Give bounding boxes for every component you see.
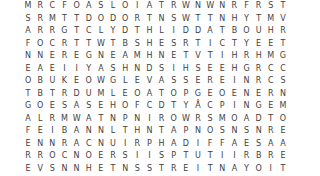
grid-cell[interactable]: R	[265, 125, 277, 138]
grid-cell[interactable]: A	[71, 138, 83, 151]
grid-cell[interactable]: E	[71, 75, 83, 88]
grid-cell[interactable]: H	[228, 63, 240, 76]
grid-cell[interactable]: U	[192, 150, 204, 163]
grid-cell[interactable]: H	[119, 63, 131, 76]
grid-cell[interactable]: E	[277, 125, 289, 138]
grid-cell[interactable]: C	[204, 100, 216, 113]
grid-cell[interactable]: A	[95, 63, 107, 76]
grid-cell[interactable]: N	[253, 125, 265, 138]
grid-cell[interactable]: D	[119, 25, 131, 38]
grid-cell[interactable]: W	[95, 38, 107, 51]
grid-cell[interactable]: A	[265, 138, 277, 151]
grid-cell[interactable]: I	[192, 163, 204, 176]
grid-cell[interactable]: I	[168, 25, 180, 38]
grid-cell[interactable]: O	[131, 88, 143, 101]
grid-cell[interactable]: D	[192, 25, 204, 38]
grid-cell[interactable]: S	[156, 150, 168, 163]
grid-cell[interactable]: E	[22, 163, 34, 176]
grid-cell[interactable]: O	[119, 0, 131, 13]
grid-cell[interactable]: N	[34, 138, 46, 151]
grid-cell[interactable]: T	[216, 25, 228, 38]
grid-cell[interactable]: A	[34, 63, 46, 76]
grid-cell[interactable]: M	[265, 50, 277, 63]
grid-cell[interactable]: S	[58, 100, 70, 113]
grid-cell[interactable]: A	[71, 100, 83, 113]
grid-cell[interactable]: M	[22, 0, 34, 13]
grid-cell[interactable]: G	[83, 50, 95, 63]
grid-cell[interactable]: H	[143, 25, 155, 38]
grid-cell[interactable]: D	[180, 25, 192, 38]
grid-cell[interactable]: R	[168, 0, 180, 13]
grid-cell[interactable]: N	[240, 75, 252, 88]
grid-cell[interactable]: S	[156, 63, 168, 76]
grid-cell[interactable]: E	[95, 163, 107, 176]
grid-cell[interactable]: O	[204, 125, 216, 138]
grid-cell[interactable]: R	[34, 13, 46, 26]
grid-cell[interactable]: T	[192, 13, 204, 26]
grid-cell[interactable]: A	[22, 113, 34, 126]
grid-cell[interactable]: G	[58, 25, 70, 38]
grid-cell[interactable]: Y	[107, 25, 119, 38]
grid-cell[interactable]: T	[71, 25, 83, 38]
grid-cell[interactable]: S	[83, 100, 95, 113]
grid-cell[interactable]: N	[71, 163, 83, 176]
grid-cell[interactable]: U	[253, 25, 265, 38]
grid-cell[interactable]: V	[277, 13, 289, 26]
grid-cell[interactable]: C	[83, 138, 95, 151]
grid-cell[interactable]: T	[71, 38, 83, 51]
grid-cell[interactable]: O	[46, 150, 58, 163]
grid-cell[interactable]: N	[277, 88, 289, 101]
grid-cell[interactable]: F	[204, 138, 216, 151]
grid-cell[interactable]: I	[71, 63, 83, 76]
grid-cell[interactable]: W	[95, 75, 107, 88]
grid-cell[interactable]: I	[192, 138, 204, 151]
grid-cell[interactable]: S	[46, 163, 58, 176]
grid-cell[interactable]: E	[119, 88, 131, 101]
grid-cell[interactable]: E	[95, 100, 107, 113]
grid-cell[interactable]: A	[143, 0, 155, 13]
grid-cell[interactable]: E	[168, 50, 180, 63]
grid-cell[interactable]: T	[156, 163, 168, 176]
grid-cell[interactable]: S	[143, 163, 155, 176]
grid-cell[interactable]: A	[71, 125, 83, 138]
grid-cell[interactable]: L	[95, 25, 107, 38]
grid-cell[interactable]: T	[180, 150, 192, 163]
grid-cell[interactable]: E	[22, 63, 34, 76]
grid-cell[interactable]: S	[168, 75, 180, 88]
grid-cell[interactable]: E	[253, 38, 265, 51]
grid-cell[interactable]: T	[107, 163, 119, 176]
grid-cell[interactable]: A	[119, 50, 131, 63]
grid-cell[interactable]: C	[58, 150, 70, 163]
grid-cell[interactable]: I	[216, 50, 228, 63]
grid-cell[interactable]: C	[46, 38, 58, 51]
grid-cell[interactable]: W	[204, 0, 216, 13]
grid-cell[interactable]: N	[71, 150, 83, 163]
grid-cell[interactable]: M	[46, 13, 58, 26]
grid-cell[interactable]: I	[228, 150, 240, 163]
grid-cell[interactable]: N	[22, 50, 34, 63]
grid-cell[interactable]: K	[58, 75, 70, 88]
grid-cell[interactable]: V	[34, 163, 46, 176]
grid-cell[interactable]: F	[22, 125, 34, 138]
grid-cell[interactable]: H	[253, 50, 265, 63]
grid-cell[interactable]: L	[107, 125, 119, 138]
grid-cell[interactable]: L	[107, 0, 119, 13]
grid-cell[interactable]: P	[180, 88, 192, 101]
grid-cell[interactable]: N	[156, 13, 168, 26]
grid-cell[interactable]: T	[119, 125, 131, 138]
grid-cell[interactable]: E	[107, 50, 119, 63]
grid-cell[interactable]: B	[58, 125, 70, 138]
grid-cell[interactable]: O	[83, 75, 95, 88]
grid-cell[interactable]: M	[58, 113, 70, 126]
grid-cell[interactable]: A	[228, 138, 240, 151]
grid-cell[interactable]: O	[22, 75, 34, 88]
grid-cell[interactable]: I	[46, 125, 58, 138]
grid-cell[interactable]: I	[143, 150, 155, 163]
grid-cell[interactable]: C	[216, 38, 228, 51]
grid-cell[interactable]: R	[58, 50, 70, 63]
grid-cell[interactable]: T	[277, 163, 289, 176]
grid-cell[interactable]: H	[83, 163, 95, 176]
grid-cell[interactable]: O	[34, 38, 46, 51]
grid-cell[interactable]: A	[204, 25, 216, 38]
grid-cell[interactable]: C	[265, 63, 277, 76]
grid-cell[interactable]: E	[34, 125, 46, 138]
grid-cell[interactable]: E	[71, 50, 83, 63]
grid-cell[interactable]: I	[168, 63, 180, 76]
grid-cell[interactable]: C	[277, 63, 289, 76]
grid-cell[interactable]: E	[180, 163, 192, 176]
grid-cell[interactable]: M	[216, 113, 228, 126]
grid-cell[interactable]: R	[34, 25, 46, 38]
grid-cell[interactable]: Y	[83, 63, 95, 76]
grid-cell[interactable]: R	[34, 0, 46, 13]
grid-cell[interactable]: E	[216, 63, 228, 76]
grid-cell[interactable]: W	[180, 13, 192, 26]
grid-cell[interactable]: T	[22, 88, 34, 101]
grid-cell[interactable]: N	[83, 125, 95, 138]
grid-cell[interactable]: S	[22, 13, 34, 26]
grid-cell[interactable]: S	[119, 150, 131, 163]
grid-cell[interactable]: N	[216, 13, 228, 26]
grid-cell[interactable]: L	[107, 88, 119, 101]
grid-cell[interactable]: N	[95, 138, 107, 151]
grid-cell[interactable]: N	[228, 125, 240, 138]
grid-cell[interactable]: A	[240, 113, 252, 126]
grid-cell[interactable]: H	[228, 50, 240, 63]
grid-cell[interactable]: Å	[192, 100, 204, 113]
grid-cell[interactable]: Y	[240, 13, 252, 26]
grid-cell[interactable]: V	[192, 50, 204, 63]
grid-cell[interactable]: R	[22, 150, 34, 163]
grid-cell[interactable]: E	[46, 100, 58, 113]
grid-cell[interactable]: T	[46, 88, 58, 101]
grid-cell[interactable]: N	[46, 138, 58, 151]
grid-cell[interactable]: G	[277, 50, 289, 63]
grid-cell[interactable]: O	[277, 113, 289, 126]
grid-cell[interactable]: B	[34, 75, 46, 88]
grid-cell[interactable]: O	[119, 100, 131, 113]
grid-cell[interactable]: T	[107, 38, 119, 51]
grid-cell[interactable]: H	[180, 63, 192, 76]
grid-cell[interactable]: R	[168, 163, 180, 176]
grid-cell[interactable]: F	[22, 38, 34, 51]
grid-cell[interactable]: G	[240, 63, 252, 76]
grid-cell[interactable]: D	[253, 113, 265, 126]
grid-cell[interactable]: B	[253, 150, 265, 163]
grid-cell[interactable]: O	[83, 150, 95, 163]
grid-cell[interactable]: B	[119, 38, 131, 51]
grid-cell[interactable]: U	[46, 75, 58, 88]
grid-cell[interactable]: E	[265, 100, 277, 113]
grid-cell[interactable]: I	[131, 0, 143, 13]
grid-cell[interactable]: T	[168, 100, 180, 113]
grid-cell[interactable]: R	[46, 113, 58, 126]
grid-cell[interactable]: M	[95, 88, 107, 101]
grid-cell[interactable]: T	[204, 50, 216, 63]
grid-cell[interactable]: S	[192, 63, 204, 76]
grid-cell[interactable]: A	[228, 163, 240, 176]
grid-cell[interactable]: N	[34, 50, 46, 63]
grid-cell[interactable]: O	[253, 163, 265, 176]
grid-cell[interactable]: E	[46, 50, 58, 63]
grid-cell[interactable]: R	[240, 50, 252, 63]
grid-cell[interactable]: V	[143, 75, 155, 88]
grid-cell[interactable]: L	[34, 113, 46, 126]
grid-cell[interactable]: M	[265, 13, 277, 26]
grid-cell[interactable]: T	[156, 88, 168, 101]
grid-cell[interactable]: N	[240, 88, 252, 101]
grid-cell[interactable]: T	[83, 38, 95, 51]
grid-cell[interactable]: P	[216, 100, 228, 113]
grid-cell[interactable]: E	[228, 88, 240, 101]
grid-cell[interactable]: O	[240, 25, 252, 38]
grid-cell[interactable]: H	[107, 100, 119, 113]
grid-cell[interactable]: F	[240, 0, 252, 13]
grid-cell[interactable]: N	[240, 100, 252, 113]
grid-cell[interactable]: N	[192, 125, 204, 138]
grid-cell[interactable]: S	[131, 38, 143, 51]
grid-cell[interactable]: O	[228, 113, 240, 126]
grid-cell[interactable]: O	[95, 13, 107, 26]
grid-cell[interactable]: A	[143, 88, 155, 101]
grid-cell[interactable]: T	[95, 113, 107, 126]
grid-cell[interactable]: R	[204, 75, 216, 88]
grid-cell[interactable]: O	[168, 88, 180, 101]
grid-cell[interactable]: G	[107, 75, 119, 88]
grid-cell[interactable]: T	[192, 38, 204, 51]
grid-cell[interactable]: T	[131, 25, 143, 38]
grid-cell[interactable]: F	[216, 138, 228, 151]
grid-cell[interactable]: E	[95, 150, 107, 163]
grid-cell[interactable]: W	[71, 113, 83, 126]
grid-cell[interactable]: A	[156, 75, 168, 88]
grid-cell[interactable]: I	[265, 163, 277, 176]
grid-cell[interactable]: E	[204, 63, 216, 76]
grid-cell[interactable]: T	[204, 13, 216, 26]
grid-cell[interactable]: O	[34, 100, 46, 113]
grid-cell[interactable]: T	[253, 13, 265, 26]
grid-cell[interactable]: A	[22, 25, 34, 38]
grid-cell[interactable]: H	[143, 38, 155, 51]
grid-cell[interactable]: T	[277, 0, 289, 13]
grid-cell[interactable]: S	[253, 138, 265, 151]
grid-cell[interactable]: S	[265, 0, 277, 13]
grid-cell[interactable]: I	[58, 63, 70, 76]
grid-cell[interactable]: O	[168, 113, 180, 126]
grid-cell[interactable]: R	[131, 13, 143, 26]
grid-cell[interactable]: R	[131, 138, 143, 151]
grid-cell[interactable]: F	[58, 0, 70, 13]
grid-cell[interactable]: I	[143, 113, 155, 126]
grid-cell[interactable]: I	[131, 150, 143, 163]
grid-cell[interactable]: T	[228, 38, 240, 51]
grid-cell[interactable]: C	[143, 100, 155, 113]
grid-cell[interactable]: I	[228, 75, 240, 88]
grid-cell[interactable]: C	[46, 0, 58, 13]
grid-cell[interactable]: W	[180, 0, 192, 13]
grid-cell[interactable]: T	[58, 13, 70, 26]
grid-cell[interactable]: T	[143, 13, 155, 26]
grid-cell[interactable]: G	[253, 100, 265, 113]
grid-cell[interactable]: U	[107, 138, 119, 151]
grid-cell[interactable]: E	[253, 88, 265, 101]
grid-cell[interactable]: N	[143, 125, 155, 138]
grid-cell[interactable]: O	[71, 0, 83, 13]
grid-cell[interactable]: M	[277, 100, 289, 113]
grid-cell[interactable]: H	[228, 13, 240, 26]
grid-cell[interactable]: A	[83, 0, 95, 13]
grid-cell[interactable]: R	[265, 150, 277, 163]
grid-cell[interactable]: G	[22, 100, 34, 113]
grid-cell[interactable]: E	[277, 150, 289, 163]
grid-cell[interactable]: I	[228, 100, 240, 113]
grid-cell[interactable]: N	[156, 50, 168, 63]
grid-cell[interactable]: B	[34, 88, 46, 101]
grid-cell[interactable]: C	[265, 75, 277, 88]
grid-cell[interactable]: R	[265, 88, 277, 101]
grid-cell[interactable]: N	[192, 0, 204, 13]
grid-cell[interactable]: E	[192, 75, 204, 88]
grid-cell[interactable]: M	[131, 50, 143, 63]
grid-cell[interactable]: R	[107, 150, 119, 163]
grid-cell[interactable]: A	[168, 138, 180, 151]
grid-cell[interactable]: S	[216, 125, 228, 138]
grid-cell[interactable]: S	[168, 13, 180, 26]
grid-cell[interactable]: N	[107, 113, 119, 126]
grid-cell[interactable]: T	[156, 0, 168, 13]
grid-cell[interactable]: G	[192, 88, 204, 101]
grid-cell[interactable]: R	[253, 0, 265, 13]
grid-cell[interactable]: E	[265, 38, 277, 51]
grid-cell[interactable]: T	[277, 38, 289, 51]
grid-cell[interactable]: R	[192, 113, 204, 126]
grid-cell[interactable]: T	[156, 125, 168, 138]
grid-cell[interactable]: R	[58, 138, 70, 151]
grid-cell[interactable]: H	[131, 125, 143, 138]
grid-cell[interactable]: P	[180, 125, 192, 138]
grid-cell[interactable]: D	[143, 63, 155, 76]
grid-cell[interactable]: T	[204, 150, 216, 163]
grid-cell[interactable]: T	[180, 50, 192, 63]
grid-cell[interactable]: T	[71, 13, 83, 26]
grid-cell[interactable]: N	[95, 125, 107, 138]
grid-cell[interactable]: R	[277, 25, 289, 38]
grid-cell[interactable]: S	[131, 163, 143, 176]
grid-cell[interactable]: Y	[180, 100, 192, 113]
grid-cell[interactable]: E	[131, 75, 143, 88]
grid-cell[interactable]: H	[143, 50, 155, 63]
grid-cell[interactable]: R	[253, 63, 265, 76]
grid-cell[interactable]: R	[58, 38, 70, 51]
grid-cell[interactable]: P	[143, 138, 155, 151]
grid-cell[interactable]: S	[204, 113, 216, 126]
grid-cell[interactable]: E	[46, 63, 58, 76]
grid-cell[interactable]: A	[168, 125, 180, 138]
grid-cell[interactable]: E	[22, 138, 34, 151]
grid-cell[interactable]: H	[156, 138, 168, 151]
grid-cell[interactable]: R	[180, 38, 192, 51]
grid-cell[interactable]: B	[228, 25, 240, 38]
grid-cell[interactable]: S	[107, 63, 119, 76]
grid-cell[interactable]: R	[156, 113, 168, 126]
grid-cell[interactable]: E	[204, 88, 216, 101]
grid-cell[interactable]: R	[253, 75, 265, 88]
grid-cell[interactable]: O	[119, 13, 131, 26]
grid-cell[interactable]: R	[58, 88, 70, 101]
grid-cell[interactable]: A	[277, 138, 289, 151]
grid-cell[interactable]: S	[277, 75, 289, 88]
grid-cell[interactable]: E	[156, 38, 168, 51]
grid-cell[interactable]: I	[204, 38, 216, 51]
grid-cell[interactable]: Y	[240, 38, 252, 51]
grid-cell[interactable]: N	[216, 0, 228, 13]
grid-cell[interactable]: A	[83, 113, 95, 126]
grid-cell[interactable]: E	[240, 138, 252, 151]
grid-cell[interactable]: N	[131, 113, 143, 126]
grid-cell[interactable]: L	[119, 75, 131, 88]
grid-cell[interactable]: F	[131, 100, 143, 113]
grid-cell[interactable]: P	[168, 150, 180, 163]
grid-cell[interactable]: I	[216, 150, 228, 163]
grid-cell[interactable]: P	[119, 113, 131, 126]
grid-cell[interactable]: S	[240, 125, 252, 138]
grid-cell[interactable]: L	[156, 25, 168, 38]
grid-cell[interactable]: N	[216, 163, 228, 176]
grid-cell[interactable]: D	[107, 13, 119, 26]
grid-cell[interactable]: R	[34, 150, 46, 163]
grid-cell[interactable]: N	[95, 50, 107, 63]
grid-cell[interactable]: E	[216, 75, 228, 88]
grid-cell[interactable]: W	[180, 113, 192, 126]
grid-cell[interactable]: H	[265, 25, 277, 38]
grid-cell[interactable]: R	[228, 0, 240, 13]
grid-cell[interactable]: D	[180, 138, 192, 151]
grid-cell[interactable]: D	[83, 13, 95, 26]
grid-cell[interactable]: U	[83, 88, 95, 101]
grid-cell[interactable]: Y	[240, 163, 252, 176]
grid-cell[interactable]: S	[95, 0, 107, 13]
grid-cell[interactable]: D	[156, 100, 168, 113]
grid-cell[interactable]: N	[58, 163, 70, 176]
grid-cell[interactable]: T	[204, 163, 216, 176]
grid-cell[interactable]: S	[168, 38, 180, 51]
grid-cell[interactable]: C	[83, 25, 95, 38]
grid-cell[interactable]: N	[119, 163, 131, 176]
